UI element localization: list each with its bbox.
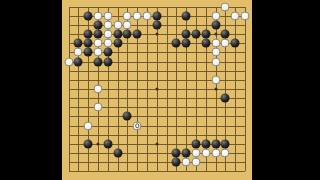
stone-black (191, 30, 200, 39)
stone-black (103, 57, 112, 66)
star-point (155, 87, 158, 90)
stone-white (201, 148, 210, 157)
stone-black (191, 139, 200, 148)
go-board[interactable] (62, 0, 252, 180)
stone-white (191, 148, 200, 157)
stone-white (211, 57, 220, 66)
stone-white (94, 103, 103, 112)
grid-line-horizontal (69, 171, 245, 172)
stone-black (172, 148, 181, 157)
star-point (155, 33, 158, 36)
stone-black (182, 148, 191, 157)
stone-black (182, 39, 191, 48)
stone-black (211, 20, 220, 29)
stone-black (113, 39, 122, 48)
stone-white (211, 48, 220, 57)
last-move-marker (135, 123, 140, 128)
stone-black (84, 11, 93, 20)
stone-white (103, 30, 112, 39)
stone-white (221, 148, 230, 157)
stone-black (172, 39, 181, 48)
stone-black (172, 158, 181, 167)
stone-black (94, 30, 103, 39)
stone-white (211, 75, 220, 84)
grid-line-horizontal (69, 162, 245, 163)
stone-white (94, 48, 103, 57)
grid-line-horizontal (69, 135, 245, 136)
letterbox-left (0, 0, 62, 180)
grid-line-horizontal (69, 126, 245, 127)
stone-white (231, 11, 240, 20)
stone-black (84, 39, 93, 48)
grid-line-vertical (235, 7, 236, 172)
stone-black (94, 20, 103, 29)
stone-white (191, 158, 200, 167)
stone-black (182, 30, 191, 39)
star-point (97, 142, 100, 145)
stone-white (182, 158, 191, 167)
letterbox-right (252, 0, 320, 180)
stone-black (221, 139, 230, 148)
stone-black (182, 11, 191, 20)
stone-white (84, 121, 93, 130)
stone-white (103, 20, 112, 29)
grid-line-horizontal (69, 98, 245, 99)
stone-black (84, 30, 93, 39)
stone-white (103, 39, 112, 48)
stone-black (221, 94, 230, 103)
stone-black (84, 139, 93, 148)
grid-line-horizontal (69, 116, 245, 117)
star-point (214, 87, 217, 90)
stone-white (211, 11, 220, 20)
stone-white (133, 11, 142, 20)
stone-black (123, 112, 132, 121)
stone-white (94, 11, 103, 20)
stone-white (123, 11, 132, 20)
stone-white (103, 11, 112, 20)
stone-black (201, 39, 210, 48)
stone-black (113, 148, 122, 157)
stone-white (211, 39, 220, 48)
stone-white (94, 84, 103, 93)
stone-black (211, 139, 220, 148)
grid-line-vertical (167, 7, 168, 172)
stone-black (84, 48, 93, 57)
stone-white (143, 11, 152, 20)
stone-black (201, 139, 210, 148)
stone-black (152, 20, 161, 29)
stone-black (133, 30, 142, 39)
stone-black (113, 30, 122, 39)
stone-black (74, 39, 83, 48)
stone-white (113, 20, 122, 29)
stone-white (221, 39, 230, 48)
stone-white (123, 20, 132, 29)
stone-white (240, 11, 249, 20)
stone-white (74, 48, 83, 57)
stone-black (123, 30, 132, 39)
stone-white (64, 57, 73, 66)
stone-black (103, 139, 112, 148)
stone-black (152, 11, 161, 20)
stone-white (94, 39, 103, 48)
stone-black (231, 39, 240, 48)
stone-black (103, 48, 112, 57)
stone-white (221, 2, 230, 11)
star-point (155, 142, 158, 145)
stone-black (74, 57, 83, 66)
star-point (214, 33, 217, 36)
stone-black (201, 30, 210, 39)
grid-line-vertical (176, 7, 177, 172)
stone-black (94, 57, 103, 66)
stone-white (211, 148, 220, 157)
stone-white (133, 121, 142, 130)
stone-black (221, 30, 230, 39)
grid-line-vertical (245, 7, 246, 172)
